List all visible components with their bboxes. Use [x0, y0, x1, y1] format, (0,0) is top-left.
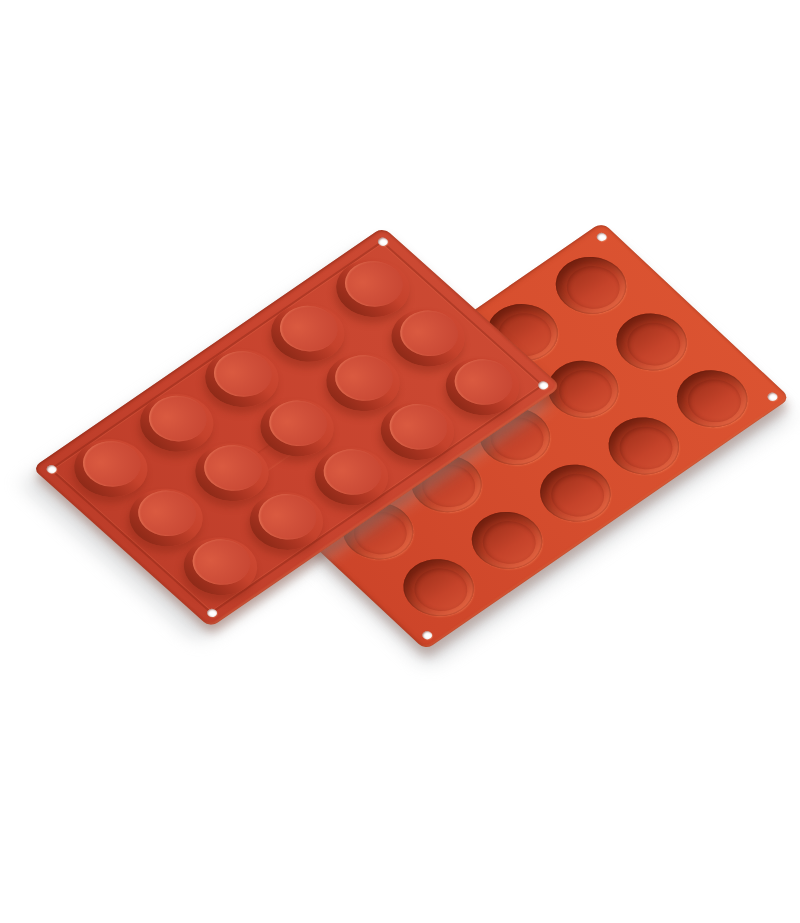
cavity [541, 245, 640, 325]
product-photo-canvas [0, 0, 800, 923]
cavity-floor [472, 512, 547, 572]
cavity-floor [609, 418, 684, 478]
corner-hole [419, 630, 433, 641]
corner-hole [594, 231, 608, 242]
cavity-floor [556, 257, 631, 317]
cavity-floor [404, 560, 479, 620]
cavity [662, 359, 761, 439]
cavity-floor [677, 371, 752, 431]
corner-hole [765, 391, 779, 402]
cavity-floor [617, 314, 692, 374]
cavity-floor [540, 465, 615, 525]
cavity-floor [548, 361, 623, 421]
cavity [389, 548, 488, 628]
cavity [602, 302, 701, 382]
cavity [594, 406, 693, 486]
cavity [457, 500, 556, 580]
cavity [526, 453, 625, 533]
